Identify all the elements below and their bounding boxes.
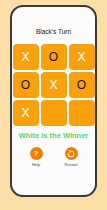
phone-frame: Black's Turn X O X O X O X White is the … — [10, 5, 97, 197]
action-bar: ? Help Restart — [12, 147, 95, 167]
board-cell-r2c1[interactable] — [41, 100, 67, 126]
question-mark-icon: ? — [34, 150, 39, 158]
restart-button-label: Restart — [65, 162, 78, 167]
restart-icon — [67, 150, 75, 158]
help-button-label: Help — [32, 162, 40, 167]
board-cell-r0c0[interactable]: X — [13, 44, 39, 70]
board-cell-r1c0[interactable]: O — [13, 72, 39, 98]
help-action: ? Help — [30, 147, 43, 167]
board-cell-r2c0[interactable]: X — [13, 100, 39, 126]
board-cell-r2c2[interactable] — [69, 100, 95, 126]
restart-button[interactable] — [65, 147, 78, 160]
board-cell-r0c2[interactable]: X — [69, 44, 95, 70]
turn-status-label: Black's Turn — [12, 28, 95, 35]
winner-announcement: White is the Winner — [12, 131, 95, 140]
help-button[interactable]: ? — [30, 147, 43, 160]
board-cell-r0c1[interactable]: O — [41, 44, 67, 70]
restart-action: Restart — [65, 147, 78, 167]
board-cell-r1c1[interactable]: X — [41, 72, 67, 98]
tic-tac-toe-board: X O X O X O X — [13, 44, 95, 126]
board-cell-r1c2[interactable]: O — [69, 72, 95, 98]
